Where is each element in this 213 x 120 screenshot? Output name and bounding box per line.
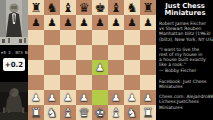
- game-info-line: (blitz), New York, NY USA: [159, 37, 211, 42]
- piece-white-pawn[interactable]: ♟: [111, 90, 120, 105]
- square-h8[interactable]: ♜: [140, 0, 156, 15]
- square-g3[interactable]: [124, 75, 140, 90]
- piece-white-king[interactable]: ♚: [94, 105, 105, 120]
- square-f4[interactable]: [108, 60, 124, 75]
- square-c5[interactable]: [60, 45, 76, 60]
- square-c6[interactable]: [60, 30, 76, 45]
- square-a2[interactable]: ♟: [28, 90, 44, 105]
- piece-black-pawn[interactable]: ♟: [127, 15, 136, 30]
- piece-white-pawn[interactable]: ♟: [79, 90, 88, 105]
- square-h6[interactable]: [140, 30, 156, 45]
- piece-black-pawn[interactable]: ♟: [111, 15, 120, 30]
- facebook-line: Miniatures: [159, 84, 211, 89]
- square-g4[interactable]: [124, 60, 140, 75]
- square-b3[interactable]: [44, 75, 60, 90]
- square-a8[interactable]: ♜: [28, 0, 44, 15]
- square-e4[interactable]: ♟: [92, 60, 108, 75]
- square-d6[interactable]: [76, 30, 92, 45]
- chess-board: ♜♞♝♛♚♝♞♜♟♟♟♟♟♟♟♟♟♟♟♟♟♟♟♟♜♞♝♛♚♝♞♜: [28, 0, 156, 120]
- square-d8[interactable]: ♛: [76, 0, 92, 15]
- square-c2[interactable]: ♟: [60, 90, 76, 105]
- square-c7[interactable]: ♟: [60, 15, 76, 30]
- square-g6[interactable]: [124, 30, 140, 45]
- square-a6[interactable]: [28, 30, 44, 45]
- square-d7[interactable]: ♟: [76, 15, 92, 30]
- piece-black-rook[interactable]: ♜: [30, 0, 41, 15]
- square-e1[interactable]: ♚: [92, 105, 108, 120]
- piece-white-knight[interactable]: ♞: [126, 105, 137, 120]
- piece-black-pawn[interactable]: ♟: [63, 15, 72, 30]
- piece-black-knight[interactable]: ♞: [126, 0, 137, 15]
- square-h4[interactable]: [140, 60, 156, 75]
- piece-black-king[interactable]: ♚: [94, 0, 105, 15]
- piece-black-pawn[interactable]: ♟: [143, 15, 152, 30]
- square-g1[interactable]: ♞: [124, 105, 140, 120]
- engine-variation-text: e5 2. Nf3 Nc6: [1, 50, 28, 56]
- piece-white-queen[interactable]: ♛: [78, 105, 89, 120]
- piece-black-pawn[interactable]: ♟: [79, 15, 88, 30]
- square-b6[interactable]: [44, 30, 60, 45]
- video-thumbnail: e5 2. Nf3 Nc6 +0.2 ♜♞♝♛♚♝♞♜♟♟♟♟♟♟♟♟♟♟♟♟♟…: [0, 0, 213, 120]
- square-f7[interactable]: ♟: [108, 15, 124, 30]
- piece-black-pawn[interactable]: ♟: [47, 15, 56, 30]
- square-g5[interactable]: [124, 45, 140, 60]
- square-b8[interactable]: ♞: [44, 0, 60, 15]
- piece-black-rook[interactable]: ♜: [142, 0, 153, 15]
- game-info-line: Manhattan blitz (1963): [159, 31, 211, 36]
- accounts-info: Chess.com: Alejandro88 Lichess:JustChess…: [159, 94, 211, 110]
- square-g7[interactable]: ♟: [124, 15, 140, 30]
- square-d1[interactable]: ♛: [76, 105, 92, 120]
- left-sidebar: e5 2. Nf3 Nc6 +0.2: [0, 0, 28, 120]
- square-b1[interactable]: ♞: [44, 105, 60, 120]
- accounts-line: Miniatures: [159, 105, 211, 110]
- square-g2[interactable]: ♟: [124, 90, 140, 105]
- fischer-quote: “I want to live the rest of my house in …: [159, 47, 211, 73]
- square-f8[interactable]: ♝: [108, 0, 124, 15]
- square-h5[interactable]: [140, 45, 156, 60]
- piece-white-knight[interactable]: ♞: [46, 105, 57, 120]
- piece-white-pawn[interactable]: ♟: [143, 90, 152, 105]
- square-d3[interactable]: [76, 75, 92, 90]
- square-b7[interactable]: ♟: [44, 15, 60, 30]
- fischer-portrait-photo: [0, 0, 28, 45]
- square-e7[interactable]: ♟: [92, 15, 108, 30]
- piece-white-pawn[interactable]: ♟: [63, 90, 72, 105]
- piece-white-bishop[interactable]: ♝: [110, 105, 121, 120]
- square-d2[interactable]: ♟: [76, 90, 92, 105]
- square-a5[interactable]: [28, 45, 44, 60]
- square-h1[interactable]: ♜: [140, 105, 156, 120]
- facebook-info: Facebook: Just Chess Miniatures: [159, 79, 211, 89]
- square-f6[interactable]: [108, 30, 124, 45]
- piece-white-rook[interactable]: ♜: [30, 105, 41, 120]
- square-e2[interactable]: [92, 90, 108, 105]
- square-g8[interactable]: ♞: [124, 0, 140, 15]
- square-b5[interactable]: [44, 45, 60, 60]
- square-f5[interactable]: [108, 45, 124, 60]
- square-e8[interactable]: ♚: [92, 0, 108, 15]
- square-a7[interactable]: ♟: [28, 15, 44, 30]
- square-d5[interactable]: [76, 45, 92, 60]
- square-c4[interactable]: [60, 60, 76, 75]
- channel-title-line2: Miniatures: [159, 10, 211, 17]
- square-d4[interactable]: [76, 60, 92, 75]
- square-a3[interactable]: [28, 75, 44, 90]
- fischer-playing-photo: [0, 82, 28, 120]
- square-h3[interactable]: [140, 75, 156, 90]
- piece-black-knight[interactable]: ♞: [46, 0, 57, 15]
- square-f1[interactable]: ♝: [108, 105, 124, 120]
- square-e6[interactable]: [92, 30, 108, 45]
- piece-white-pawn[interactable]: ♟: [31, 90, 40, 105]
- piece-black-queen[interactable]: ♛: [78, 0, 89, 15]
- quote-attribution: — Bobby Fischer: [159, 68, 211, 73]
- piece-white-pawn[interactable]: ♟: [127, 90, 136, 105]
- square-b2[interactable]: ♟: [44, 90, 60, 105]
- piece-black-bishop[interactable]: ♝: [62, 0, 73, 15]
- engine-eval-badge: +0.2: [3, 58, 25, 71]
- piece-white-pawn[interactable]: ♟: [47, 90, 56, 105]
- square-a1[interactable]: ♜: [28, 105, 44, 120]
- info-panel: Just Chess Miniatures Robert James Fisch…: [156, 0, 213, 120]
- square-b4[interactable]: [44, 60, 60, 75]
- piece-white-rook[interactable]: ♜: [142, 105, 153, 120]
- square-a4[interactable]: [28, 60, 44, 75]
- piece-black-pawn[interactable]: ♟: [31, 15, 40, 30]
- piece-black-bishop[interactable]: ♝: [110, 0, 121, 15]
- square-c3[interactable]: [60, 75, 76, 90]
- piece-white-bishop[interactable]: ♝: [62, 105, 73, 120]
- square-c1[interactable]: ♝: [60, 105, 76, 120]
- square-e5[interactable]: [92, 45, 108, 60]
- piece-black-pawn[interactable]: ♟: [95, 15, 104, 30]
- square-h2[interactable]: ♟: [140, 90, 156, 105]
- square-f2[interactable]: ♟: [108, 90, 124, 105]
- game-info: Robert James Fischer vs Stewart Reuben M…: [159, 21, 211, 42]
- piece-white-pawn[interactable]: ♟: [95, 60, 104, 75]
- square-h7[interactable]: ♟: [140, 15, 156, 30]
- square-e3[interactable]: [92, 75, 108, 90]
- square-f3[interactable]: [108, 75, 124, 90]
- square-c8[interactable]: ♝: [60, 0, 76, 15]
